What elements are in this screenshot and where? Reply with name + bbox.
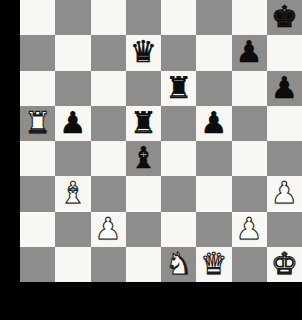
square-d5[interactable]: ♜ <box>126 106 161 141</box>
piece-black-king-h8[interactable]: ♚ <box>271 0 298 34</box>
square-e1[interactable]: ♞ <box>161 247 196 282</box>
square-e8[interactable] <box>161 0 196 35</box>
piece-black-pawn-b5[interactable]: ♟ <box>59 106 86 140</box>
square-f6[interactable] <box>196 71 231 106</box>
square-b5[interactable]: ♟ <box>55 106 90 141</box>
square-c3[interactable] <box>91 176 126 211</box>
square-f8[interactable] <box>196 0 231 35</box>
square-a7[interactable] <box>20 35 55 70</box>
square-e5[interactable] <box>161 106 196 141</box>
square-d8[interactable] <box>126 0 161 35</box>
square-d4[interactable]: ♝ <box>126 141 161 176</box>
square-b7[interactable] <box>55 35 90 70</box>
piece-white-pawn-g2[interactable]: ♟ <box>236 212 263 246</box>
square-g2[interactable]: ♟ <box>232 212 267 247</box>
square-a3[interactable] <box>20 176 55 211</box>
square-d1[interactable] <box>126 247 161 282</box>
square-c5[interactable] <box>91 106 126 141</box>
piece-black-rook-e6[interactable]: ♜ <box>165 71 192 105</box>
square-a5[interactable]: ♜ <box>20 106 55 141</box>
square-a6[interactable] <box>20 71 55 106</box>
chess-diagram-root: ♚♛♟♜♟♜♟♜♟♝♝♟♟♟♞♛♚ <box>0 0 302 320</box>
square-b1[interactable] <box>55 247 90 282</box>
square-h5[interactable] <box>267 106 302 141</box>
square-f5[interactable]: ♟ <box>196 106 231 141</box>
square-h4[interactable] <box>267 141 302 176</box>
square-b6[interactable] <box>55 71 90 106</box>
piece-white-king-h1[interactable]: ♚ <box>271 247 298 281</box>
square-g8[interactable] <box>232 0 267 35</box>
square-a2[interactable] <box>20 212 55 247</box>
board-left-margin <box>0 0 20 282</box>
square-b8[interactable] <box>55 0 90 35</box>
square-c6[interactable] <box>91 71 126 106</box>
square-f3[interactable] <box>196 176 231 211</box>
square-c4[interactable] <box>91 141 126 176</box>
square-e3[interactable] <box>161 176 196 211</box>
square-h8[interactable]: ♚ <box>267 0 302 35</box>
piece-white-queen-f1[interactable]: ♛ <box>200 247 227 281</box>
square-g1[interactable] <box>232 247 267 282</box>
square-e2[interactable] <box>161 212 196 247</box>
square-d3[interactable] <box>126 176 161 211</box>
square-d6[interactable] <box>126 71 161 106</box>
board-bottom-margin <box>0 282 302 320</box>
square-c1[interactable] <box>91 247 126 282</box>
square-f4[interactable] <box>196 141 231 176</box>
square-f2[interactable] <box>196 212 231 247</box>
piece-black-pawn-g7[interactable]: ♟ <box>236 35 263 69</box>
piece-black-pawn-h6[interactable]: ♟ <box>271 71 298 105</box>
square-g5[interactable] <box>232 106 267 141</box>
square-g3[interactable] <box>232 176 267 211</box>
square-g4[interactable] <box>232 141 267 176</box>
square-e7[interactable] <box>161 35 196 70</box>
square-a4[interactable] <box>20 141 55 176</box>
square-f1[interactable]: ♛ <box>196 247 231 282</box>
square-a1[interactable] <box>20 247 55 282</box>
square-b3[interactable]: ♝ <box>55 176 90 211</box>
piece-black-bishop-d4[interactable]: ♝ <box>130 141 157 175</box>
square-h7[interactable] <box>267 35 302 70</box>
piece-black-rook-d5[interactable]: ♜ <box>130 106 157 140</box>
square-h3[interactable]: ♟ <box>267 176 302 211</box>
square-d7[interactable]: ♛ <box>126 35 161 70</box>
square-b4[interactable] <box>55 141 90 176</box>
square-g7[interactable]: ♟ <box>232 35 267 70</box>
square-e6[interactable]: ♜ <box>161 71 196 106</box>
square-g6[interactable] <box>232 71 267 106</box>
piece-white-bishop-b3[interactable]: ♝ <box>59 176 86 210</box>
square-c2[interactable]: ♟ <box>91 212 126 247</box>
piece-white-rook-a5[interactable]: ♜ <box>24 106 51 140</box>
square-h6[interactable]: ♟ <box>267 71 302 106</box>
square-a8[interactable] <box>20 0 55 35</box>
square-h1[interactable]: ♚ <box>267 247 302 282</box>
square-c7[interactable] <box>91 35 126 70</box>
piece-black-queen-d7[interactable]: ♛ <box>130 35 157 69</box>
piece-white-pawn-h3[interactable]: ♟ <box>271 176 298 210</box>
square-c8[interactable] <box>91 0 126 35</box>
piece-white-knight-e1[interactable]: ♞ <box>165 247 192 281</box>
chess-board: ♚♛♟♜♟♜♟♜♟♝♝♟♟♟♞♛♚ <box>20 0 302 282</box>
square-h2[interactable] <box>267 212 302 247</box>
square-d2[interactable] <box>126 212 161 247</box>
square-b2[interactable] <box>55 212 90 247</box>
piece-black-pawn-f5[interactable]: ♟ <box>200 106 227 140</box>
piece-white-pawn-c2[interactable]: ♟ <box>95 212 122 246</box>
square-e4[interactable] <box>161 141 196 176</box>
square-f7[interactable] <box>196 35 231 70</box>
